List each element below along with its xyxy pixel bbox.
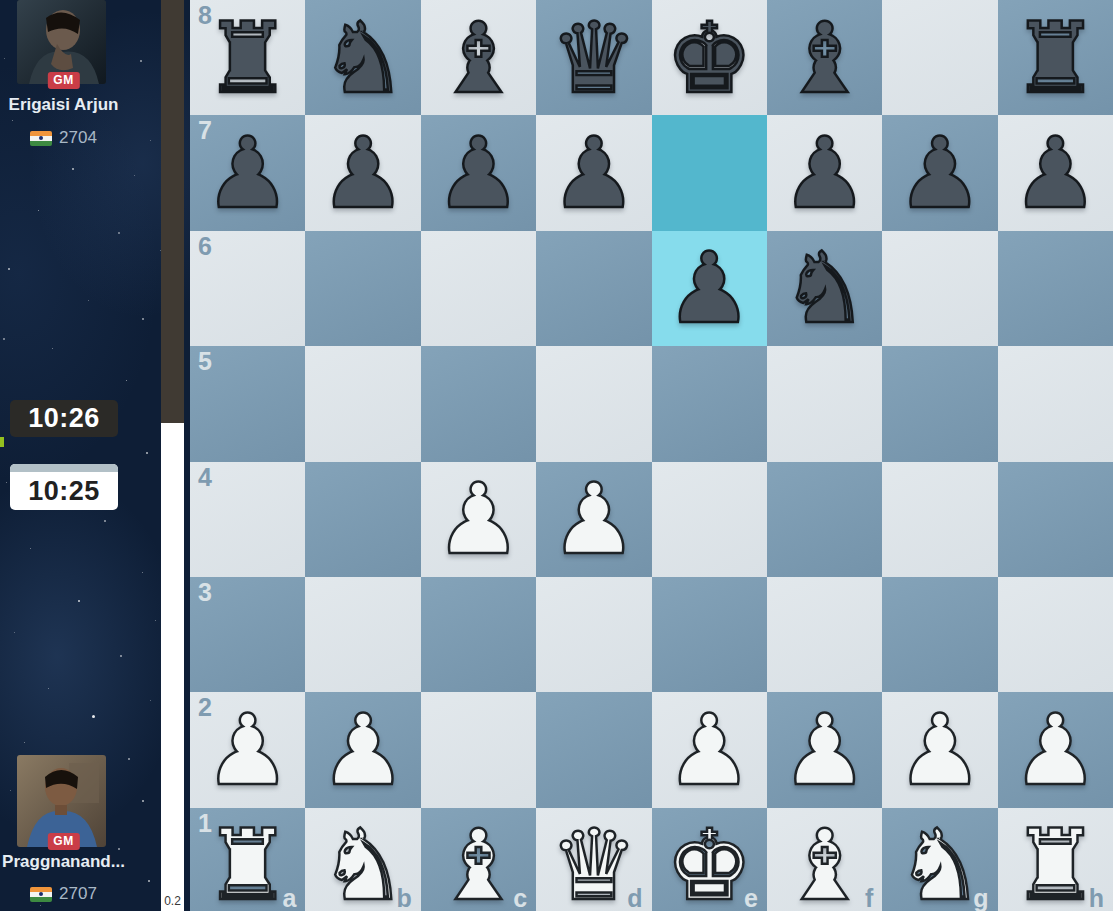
square-h2[interactable]: ♟ xyxy=(998,692,1113,807)
piece-black-rook-h8[interactable]: ♜ xyxy=(998,0,1113,115)
clock-bottom-time: 10:25 xyxy=(10,472,118,510)
piece-black-pawn-d7[interactable]: ♟ xyxy=(536,115,651,230)
square-h3[interactable] xyxy=(998,577,1113,692)
square-d1[interactable]: d♛ xyxy=(536,808,651,911)
square-d8[interactable]: ♛ xyxy=(536,0,651,115)
square-a8[interactable]: 8♜ xyxy=(190,0,305,115)
square-f1[interactable]: f♝ xyxy=(767,808,882,911)
eval-score: 0.2 xyxy=(161,894,184,908)
square-h7[interactable]: ♟ xyxy=(998,115,1113,230)
evaluation-bar: 0.2 xyxy=(161,0,184,911)
square-g4[interactable] xyxy=(882,462,997,577)
rating-row-bottom: 2707 xyxy=(0,884,127,904)
piece-white-pawn-h2[interactable]: ♟ xyxy=(998,692,1113,807)
piece-white-rook-a1[interactable]: ♜ xyxy=(190,808,305,911)
square-e8[interactable]: ♚ xyxy=(652,0,767,115)
square-c8[interactable]: ♝ xyxy=(421,0,536,115)
square-d3[interactable] xyxy=(536,577,651,692)
square-d5[interactable] xyxy=(536,346,651,461)
india-flag-icon xyxy=(30,887,52,902)
square-e3[interactable] xyxy=(652,577,767,692)
square-b1[interactable]: b♞ xyxy=(305,808,420,911)
eval-bar-black xyxy=(161,0,184,423)
square-d2[interactable] xyxy=(536,692,651,807)
square-e2[interactable]: ♟ xyxy=(652,692,767,807)
chess-board: 8♜♞♝♛♚♝♜7♟♟♟♟♟♟♟6♟♞54♟♟32♟♟♟♟♟♟1a♜b♞c♝d♛… xyxy=(190,0,1113,911)
player-rating-top: 2704 xyxy=(59,128,97,148)
eval-bar-white: 0.2 xyxy=(161,423,184,911)
square-g7[interactable]: ♟ xyxy=(882,115,997,230)
piece-white-king-e1[interactable]: ♚ xyxy=(652,808,767,911)
square-g1[interactable]: g♞ xyxy=(882,808,997,911)
square-f6[interactable]: ♞ xyxy=(767,231,882,346)
square-a6[interactable]: 6 xyxy=(190,231,305,346)
square-c5[interactable] xyxy=(421,346,536,461)
player-name-bottom[interactable]: Praggnanand... xyxy=(0,852,127,872)
piece-black-knight-f6[interactable]: ♞ xyxy=(767,231,882,346)
piece-black-pawn-f7[interactable]: ♟ xyxy=(767,115,882,230)
player-rating-bottom: 2707 xyxy=(59,884,97,904)
square-a1[interactable]: 1a♜ xyxy=(190,808,305,911)
piece-black-pawn-h7[interactable]: ♟ xyxy=(998,115,1113,230)
square-e7[interactable] xyxy=(652,115,767,230)
rating-row-top: 2704 xyxy=(0,128,127,148)
square-b2[interactable]: ♟ xyxy=(305,692,420,807)
square-c1[interactable]: c♝ xyxy=(421,808,536,911)
piece-white-bishop-c1[interactable]: ♝ xyxy=(421,808,536,911)
piece-white-pawn-a2[interactable]: ♟ xyxy=(190,692,305,807)
square-b4[interactable] xyxy=(305,462,420,577)
square-c2[interactable] xyxy=(421,692,536,807)
square-f8[interactable]: ♝ xyxy=(767,0,882,115)
square-c7[interactable]: ♟ xyxy=(421,115,536,230)
piece-black-queen-d8[interactable]: ♛ xyxy=(536,0,651,115)
square-f4[interactable] xyxy=(767,462,882,577)
square-c3[interactable] xyxy=(421,577,536,692)
piece-white-pawn-e2[interactable]: ♟ xyxy=(652,692,767,807)
clock-top-player: 10:26 xyxy=(10,400,118,437)
square-h1[interactable]: h♜ xyxy=(998,808,1113,911)
clock-progress-strip xyxy=(10,464,118,472)
piece-white-pawn-g2[interactable]: ♟ xyxy=(882,692,997,807)
square-h5[interactable] xyxy=(998,346,1113,461)
rank-label-5: 5 xyxy=(198,348,212,376)
clock-bottom-player: 10:25 xyxy=(10,464,118,510)
piece-white-queen-d1[interactable]: ♛ xyxy=(536,808,651,911)
square-g2[interactable]: ♟ xyxy=(882,692,997,807)
piece-white-pawn-c4[interactable]: ♟ xyxy=(421,462,536,577)
title-badge-bottom: GM xyxy=(47,833,79,850)
square-b5[interactable] xyxy=(305,346,420,461)
rank-label-6: 6 xyxy=(198,233,212,261)
square-f5[interactable] xyxy=(767,346,882,461)
piece-black-pawn-e6[interactable]: ♟ xyxy=(652,231,767,346)
piece-black-pawn-a7[interactable]: ♟ xyxy=(190,115,305,230)
square-h8[interactable]: ♜ xyxy=(998,0,1113,115)
rank-label-4: 4 xyxy=(198,464,212,492)
square-a4[interactable]: 4 xyxy=(190,462,305,577)
square-c4[interactable]: ♟ xyxy=(421,462,536,577)
square-a2[interactable]: 2♟ xyxy=(190,692,305,807)
rank-label-3: 3 xyxy=(198,579,212,607)
piece-black-pawn-b7[interactable]: ♟ xyxy=(305,115,420,230)
square-h4[interactable] xyxy=(998,462,1113,577)
piece-black-knight-b8[interactable]: ♞ xyxy=(305,0,420,115)
square-e1[interactable]: e♚ xyxy=(652,808,767,911)
piece-white-bishop-f1[interactable]: ♝ xyxy=(767,808,882,911)
square-a5[interactable]: 5 xyxy=(190,346,305,461)
title-badge-top: GM xyxy=(47,72,79,89)
piece-white-pawn-b2[interactable]: ♟ xyxy=(305,692,420,807)
piece-white-pawn-d4[interactable]: ♟ xyxy=(536,462,651,577)
clock-increment-tick xyxy=(0,437,4,447)
square-g5[interactable] xyxy=(882,346,997,461)
piece-white-rook-h1[interactable]: ♜ xyxy=(998,808,1113,911)
square-d4[interactable]: ♟ xyxy=(536,462,651,577)
square-c6[interactable] xyxy=(421,231,536,346)
square-d6[interactable] xyxy=(536,231,651,346)
piece-white-knight-b1[interactable]: ♞ xyxy=(305,808,420,911)
piece-white-pawn-f2[interactable]: ♟ xyxy=(767,692,882,807)
square-e5[interactable] xyxy=(652,346,767,461)
square-e6[interactable]: ♟ xyxy=(652,231,767,346)
piece-black-rook-a8[interactable]: ♜ xyxy=(190,0,305,115)
square-a3[interactable]: 3 xyxy=(190,577,305,692)
india-flag-icon xyxy=(30,131,52,146)
square-b3[interactable] xyxy=(305,577,420,692)
piece-white-knight-g1[interactable]: ♞ xyxy=(882,808,997,911)
player-name-top[interactable]: Erigaisi Arjun xyxy=(0,95,127,115)
piece-black-king-e8[interactable]: ♚ xyxy=(652,0,767,115)
square-d7[interactable]: ♟ xyxy=(536,115,651,230)
square-f3[interactable] xyxy=(767,577,882,692)
square-h6[interactable] xyxy=(998,231,1113,346)
square-g3[interactable] xyxy=(882,577,997,692)
square-g8[interactable] xyxy=(882,0,997,115)
square-b7[interactable]: ♟ xyxy=(305,115,420,230)
square-f7[interactable]: ♟ xyxy=(767,115,882,230)
clock-top-time: 10:26 xyxy=(28,403,100,434)
piece-black-pawn-c7[interactable]: ♟ xyxy=(421,115,536,230)
square-a7[interactable]: 7♟ xyxy=(190,115,305,230)
piece-black-bishop-f8[interactable]: ♝ xyxy=(767,0,882,115)
square-g6[interactable] xyxy=(882,231,997,346)
square-e4[interactable] xyxy=(652,462,767,577)
piece-black-pawn-g7[interactable]: ♟ xyxy=(882,115,997,230)
piece-black-bishop-c8[interactable]: ♝ xyxy=(421,0,536,115)
square-b8[interactable]: ♞ xyxy=(305,0,420,115)
square-f2[interactable]: ♟ xyxy=(767,692,882,807)
square-b6[interactable] xyxy=(305,231,420,346)
